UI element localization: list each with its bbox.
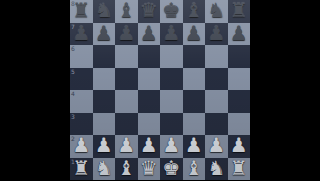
piece-white-pawn[interactable]: ♟ [207,135,225,155]
square-a2[interactable]: 2♟ [70,135,93,158]
square-c2[interactable]: ♟ [115,135,138,158]
piece-white-bishop[interactable]: ♝ [117,158,135,178]
square-c8[interactable]: ♝ [115,0,138,23]
square-d2[interactable]: ♟ [138,135,161,158]
square-h3[interactable] [228,113,251,136]
app-background: 8♜♞♝♛♚♝♞♜7♟♟♟♟♟♟♟♟65432♟♟♟♟♟♟♟♟1♜♞♝♛♚♝♞♜ [0,0,320,180]
square-h1[interactable]: ♜ [228,158,251,181]
square-d7[interactable]: ♟ [138,23,161,46]
square-e7[interactable]: ♟ [160,23,183,46]
square-f2[interactable]: ♟ [183,135,206,158]
square-g6[interactable] [205,45,228,68]
square-g7[interactable]: ♟ [205,23,228,46]
piece-black-king[interactable]: ♚ [162,0,180,20]
piece-white-rook[interactable]: ♜ [230,158,248,178]
square-a7[interactable]: 7♟ [70,23,93,46]
square-h7[interactable]: ♟ [228,23,251,46]
square-a6[interactable]: 6 [70,45,93,68]
square-e8[interactable]: ♚ [160,0,183,23]
square-g8[interactable]: ♞ [205,0,228,23]
square-h6[interactable] [228,45,251,68]
square-c7[interactable]: ♟ [115,23,138,46]
square-b7[interactable]: ♟ [93,23,116,46]
square-f4[interactable] [183,90,206,113]
square-f6[interactable] [183,45,206,68]
piece-white-pawn[interactable]: ♟ [230,135,248,155]
square-e3[interactable] [160,113,183,136]
square-c4[interactable] [115,90,138,113]
piece-black-knight[interactable]: ♞ [207,0,225,20]
square-d6[interactable] [138,45,161,68]
square-g5[interactable] [205,68,228,91]
square-d4[interactable] [138,90,161,113]
square-g1[interactable]: ♞ [205,158,228,181]
piece-black-pawn[interactable]: ♟ [95,23,113,43]
piece-white-knight[interactable]: ♞ [207,158,225,178]
square-d5[interactable] [138,68,161,91]
square-b2[interactable]: ♟ [93,135,116,158]
piece-black-pawn[interactable]: ♟ [162,23,180,43]
square-h5[interactable] [228,68,251,91]
rank-label-6: 6 [71,45,75,52]
piece-black-pawn[interactable]: ♟ [117,23,135,43]
piece-white-bishop[interactable]: ♝ [185,158,203,178]
piece-black-rook[interactable]: ♜ [72,0,90,20]
square-b4[interactable] [93,90,116,113]
piece-black-pawn[interactable]: ♟ [140,23,158,43]
piece-white-pawn[interactable]: ♟ [95,135,113,155]
square-e5[interactable] [160,68,183,91]
square-h8[interactable]: ♜ [228,0,251,23]
piece-black-pawn[interactable]: ♟ [230,23,248,43]
square-a5[interactable]: 5 [70,68,93,91]
square-f5[interactable] [183,68,206,91]
chess-board: 8♜♞♝♛♚♝♞♜7♟♟♟♟♟♟♟♟65432♟♟♟♟♟♟♟♟1♜♞♝♛♚♝♞♜ [70,0,250,180]
piece-white-pawn[interactable]: ♟ [140,135,158,155]
square-f1[interactable]: ♝ [183,158,206,181]
piece-black-queen[interactable]: ♛ [140,0,158,20]
square-b1[interactable]: ♞ [93,158,116,181]
square-g4[interactable] [205,90,228,113]
piece-white-pawn[interactable]: ♟ [72,135,90,155]
square-d3[interactable] [138,113,161,136]
piece-white-queen[interactable]: ♛ [140,158,158,178]
square-a4[interactable]: 4 [70,90,93,113]
piece-white-king[interactable]: ♚ [162,158,180,178]
square-e1[interactable]: ♚ [160,158,183,181]
square-c6[interactable] [115,45,138,68]
square-a1[interactable]: 1♜ [70,158,93,181]
square-a8[interactable]: 8♜ [70,0,93,23]
square-e4[interactable] [160,90,183,113]
square-d1[interactable]: ♛ [138,158,161,181]
piece-white-pawn[interactable]: ♟ [117,135,135,155]
square-c1[interactable]: ♝ [115,158,138,181]
square-c5[interactable] [115,68,138,91]
square-h2[interactable]: ♟ [228,135,251,158]
piece-black-knight[interactable]: ♞ [95,0,113,20]
piece-white-rook[interactable]: ♜ [72,158,90,178]
rank-label-3: 3 [71,113,75,120]
square-h4[interactable] [228,90,251,113]
square-e6[interactable] [160,45,183,68]
rank-label-4: 4 [71,90,75,97]
square-b5[interactable] [93,68,116,91]
piece-black-pawn[interactable]: ♟ [72,23,90,43]
square-b8[interactable]: ♞ [93,0,116,23]
square-g3[interactable] [205,113,228,136]
piece-black-rook[interactable]: ♜ [230,0,248,20]
square-f3[interactable] [183,113,206,136]
square-f7[interactable]: ♟ [183,23,206,46]
square-e2[interactable]: ♟ [160,135,183,158]
piece-black-bishop[interactable]: ♝ [117,0,135,20]
piece-black-pawn[interactable]: ♟ [207,23,225,43]
square-g2[interactable]: ♟ [205,135,228,158]
piece-black-pawn[interactable]: ♟ [185,23,203,43]
piece-white-pawn[interactable]: ♟ [185,135,203,155]
piece-black-bishop[interactable]: ♝ [185,0,203,20]
square-a3[interactable]: 3 [70,113,93,136]
square-d8[interactable]: ♛ [138,0,161,23]
piece-white-knight[interactable]: ♞ [95,158,113,178]
square-f8[interactable]: ♝ [183,0,206,23]
piece-white-pawn[interactable]: ♟ [162,135,180,155]
square-b6[interactable] [93,45,116,68]
square-c3[interactable] [115,113,138,136]
square-b3[interactable] [93,113,116,136]
rank-label-5: 5 [71,68,75,75]
